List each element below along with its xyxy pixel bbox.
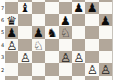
black-pawn-g7[interactable]: ♟ [87,2,98,14]
white-pawn-a4[interactable]: ♙ [6,39,17,51]
square-b7[interactable]: ♝ [18,2,31,14]
square-b6[interactable] [18,14,31,26]
square-f7[interactable]: ♟ [72,2,85,14]
black-bishop-b7[interactable]: ♝ [20,2,31,14]
square-h7[interactable] [99,2,112,14]
black-rook-a8[interactable]: ♜ [6,0,17,2]
square-c5[interactable]: ♟ [32,26,45,38]
square-c2[interactable] [32,63,45,75]
square-h3[interactable] [99,51,112,63]
square-e6[interactable]: ♟ [59,14,72,26]
square-f2[interactable] [72,63,85,75]
square-d5[interactable]: ♞ [45,26,58,38]
square-f6[interactable] [72,14,85,26]
black-knight-d5[interactable]: ♞ [46,27,57,39]
square-b2[interactable] [18,63,31,75]
square-f4[interactable] [72,39,85,51]
square-b4[interactable] [18,39,31,51]
black-pawn-f7[interactable]: ♟ [73,2,84,14]
square-a4[interactable]: ♙ [5,39,18,51]
square-b5[interactable] [18,26,31,38]
square-c3[interactable] [32,51,45,63]
square-d6[interactable] [45,14,58,26]
square-d7[interactable] [45,2,58,14]
square-e3[interactable]: ♙ [59,51,72,63]
square-h4[interactable] [99,39,112,51]
square-g2[interactable]: ♙ [85,63,98,75]
square-g4[interactable] [85,39,98,51]
square-e4[interactable] [59,39,72,51]
square-a7[interactable] [5,2,18,14]
square-c4[interactable]: ♘ [32,39,45,51]
square-a5[interactable]: ♟ [5,26,18,38]
square-d8[interactable]: ♜ [45,0,58,2]
square-a1[interactable] [5,76,18,80]
square-g7[interactable]: ♟ [85,2,98,14]
square-a8[interactable]: ♜ [5,0,18,2]
square-c1[interactable] [32,76,45,80]
chess-diagram: 87654321 ♜♜♝♚♝♟♟♛♟♟♟♟♞♘♙♘♙♙♙♙♙ [0,0,120,80]
white-pawn-g2[interactable]: ♙ [87,64,98,76]
square-h6[interactable]: ♟ [99,14,112,26]
square-d1[interactable] [45,76,58,80]
square-g6[interactable] [85,14,98,26]
square-e7[interactable] [59,2,72,14]
square-f3[interactable]: ♙ [72,51,85,63]
white-knight-c4[interactable]: ♘ [33,39,44,51]
square-b3[interactable]: ♙ [18,51,31,63]
square-e2[interactable] [59,63,72,75]
square-d2[interactable] [45,63,58,75]
chess-board: ♜♜♝♚♝♟♟♛♟♟♟♟♞♘♙♘♙♙♙♙♙ [5,0,113,80]
white-pawn-e3[interactable]: ♙ [60,52,71,64]
square-g3[interactable] [85,51,98,63]
square-f1[interactable] [72,76,85,80]
black-rook-d8[interactable]: ♜ [46,0,57,2]
white-knight-e5[interactable]: ♘ [60,27,71,39]
white-pawn-b3[interactable]: ♙ [20,52,31,64]
square-e5[interactable]: ♘ [59,26,72,38]
square-a3[interactable] [5,51,18,63]
square-d4[interactable] [45,39,58,51]
square-g5[interactable] [85,26,98,38]
square-f5[interactable] [72,26,85,38]
black-pawn-h6[interactable]: ♟ [100,14,111,26]
square-a2[interactable] [5,63,18,75]
square-c7[interactable] [32,2,45,14]
white-pawn-h2[interactable]: ♙ [100,64,111,76]
square-h2[interactable]: ♙ [99,63,112,75]
square-c6[interactable] [32,14,45,26]
square-h5[interactable] [99,26,112,38]
white-pawn-f3[interactable]: ♙ [73,52,84,64]
square-a6[interactable]: ♛ [5,14,18,26]
square-d3[interactable] [45,51,58,63]
square-e1[interactable] [59,76,72,80]
square-b1[interactable] [18,76,31,80]
